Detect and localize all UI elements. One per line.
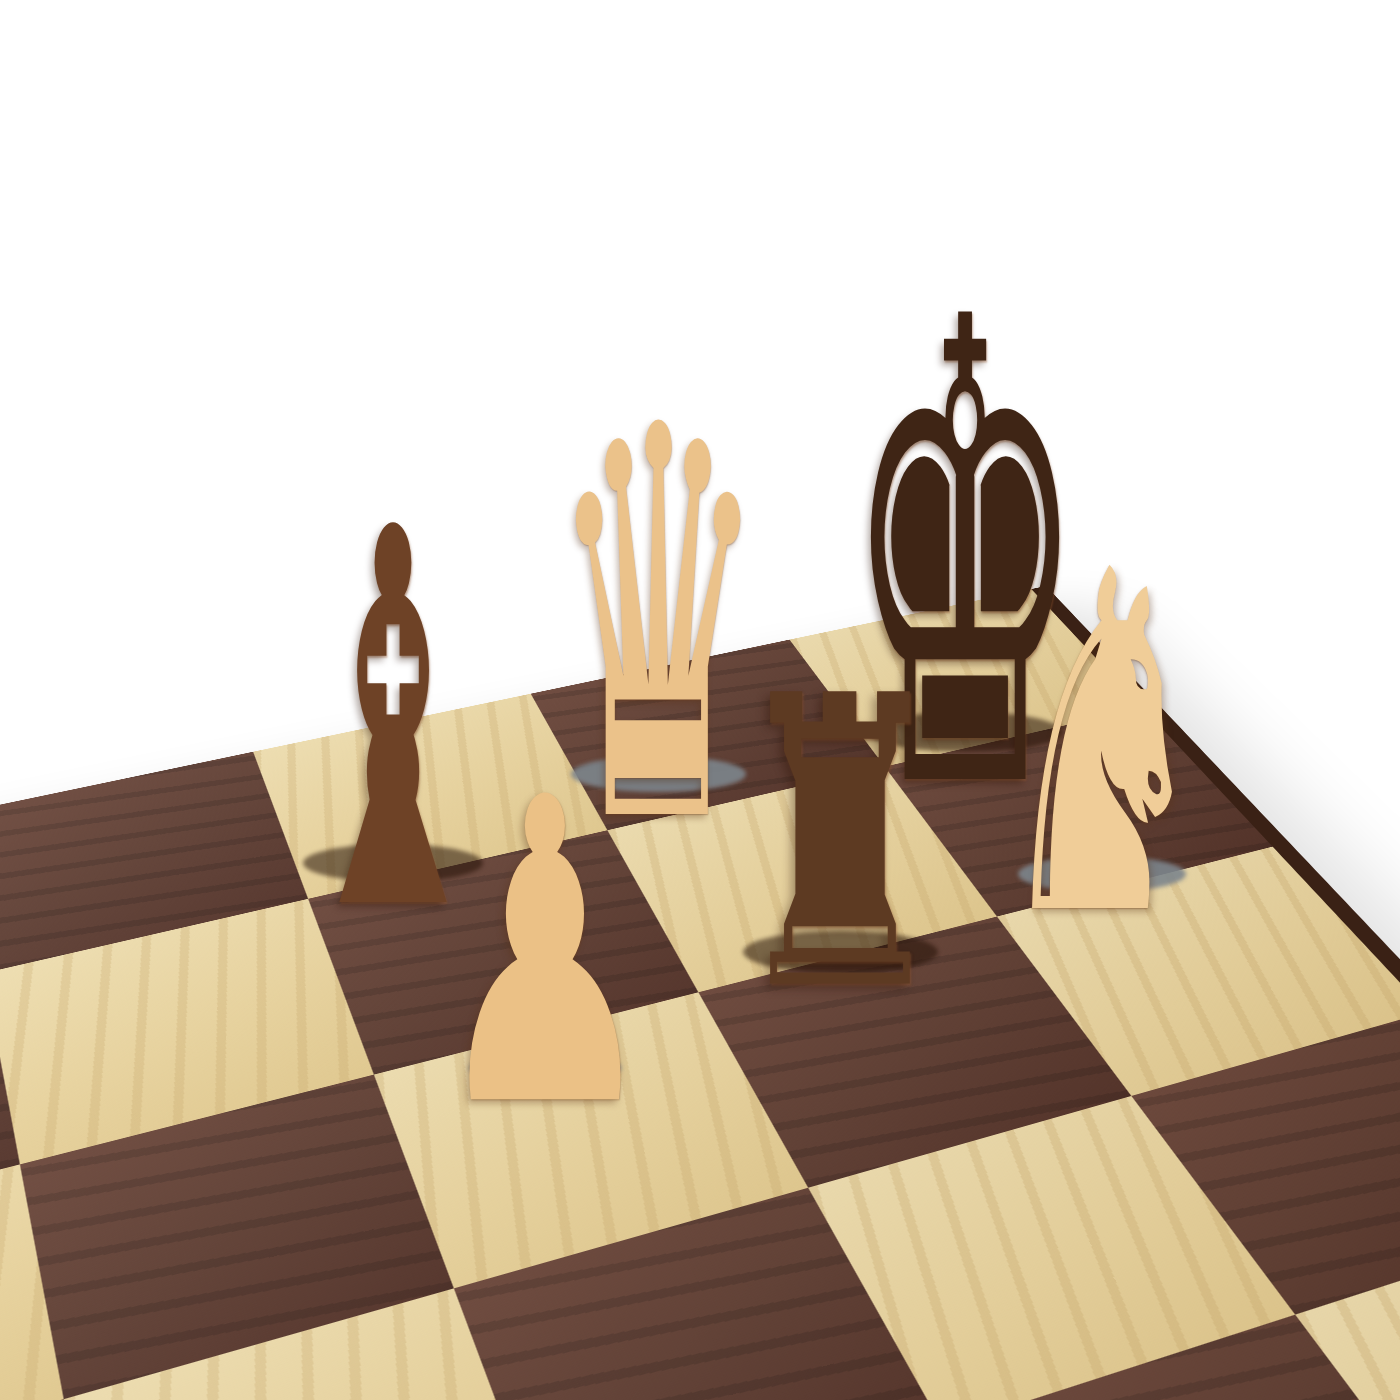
- white-knight-a7: ♞: [992, 511, 1211, 981]
- chess-product-photo: ♚♛♝♞♜♟: [0, 0, 1400, 1400]
- white-pawn-c7: ♟: [432, 744, 658, 1164]
- black-rook-b7: ♜: [729, 645, 951, 1045]
